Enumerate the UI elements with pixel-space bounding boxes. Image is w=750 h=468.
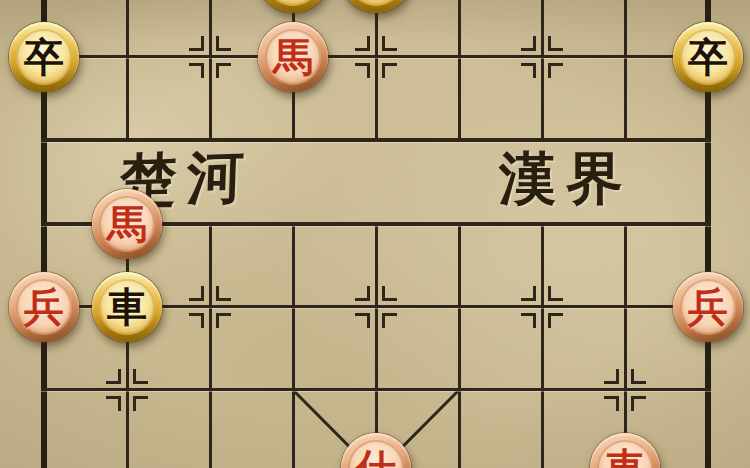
board-file-line (292, 222, 295, 468)
piece-face: 兵 (680, 279, 736, 335)
piece-character: 兵 (24, 287, 64, 327)
point-marker-corner (521, 63, 536, 78)
piece-black-soldier-right[interactable]: 卒 (673, 22, 743, 92)
piece-black-clipped-2[interactable] (341, 0, 411, 13)
point-marker-corner (382, 313, 397, 328)
point-marker-corner (355, 63, 370, 78)
piece-character: 卒 (688, 37, 728, 77)
point-marker-corner (382, 286, 397, 301)
piece-character: 馬 (107, 204, 147, 244)
point-marker-corner (216, 63, 231, 78)
board-file-line (375, 222, 378, 468)
board-file-line (209, 0, 212, 142)
point-marker-corner (631, 396, 646, 411)
point-marker-corner (355, 313, 370, 328)
board-rank-line (41, 388, 711, 391)
piece-red-chariot[interactable]: 車 (590, 433, 660, 468)
point-marker-corner (355, 36, 370, 51)
piece-face: 卒 (16, 29, 72, 85)
piece-face (265, 0, 321, 6)
piece-face: 馬 (265, 29, 321, 85)
point-marker-corner (189, 63, 204, 78)
board-rank-line (41, 55, 711, 58)
piece-face: 卒 (680, 29, 736, 85)
point-marker-corner (216, 313, 231, 328)
piece-red-advisor[interactable]: 仕 (341, 433, 411, 468)
point-marker-corner (216, 36, 231, 51)
piece-face (348, 0, 404, 6)
piece-character: 馬 (273, 37, 313, 77)
point-marker-corner (106, 369, 121, 384)
point-marker-corner (548, 286, 563, 301)
point-marker-corner (548, 36, 563, 51)
point-marker-corner (216, 286, 231, 301)
piece-red-soldier-left[interactable]: 兵 (9, 272, 79, 342)
board-file-line (458, 222, 461, 468)
piece-character: 車 (605, 448, 645, 468)
board-file-line (458, 0, 461, 142)
piece-black-clipped-1[interactable] (258, 0, 328, 13)
board-file-line (209, 222, 212, 468)
point-marker-corner (631, 369, 646, 384)
piece-character: 仕 (356, 448, 396, 468)
piece-character: 卒 (24, 37, 64, 77)
piece-face: 馬 (99, 196, 155, 252)
piece-face: 車 (597, 440, 653, 468)
board-file-line (541, 222, 544, 468)
piece-black-chariot[interactable]: 車 (92, 272, 162, 342)
point-marker-corner (106, 396, 121, 411)
board-file-line (375, 0, 378, 142)
piece-red-horse-river[interactable]: 馬 (92, 189, 162, 259)
piece-character: 兵 (688, 287, 728, 327)
point-marker-corner (189, 36, 204, 51)
board-file-line (624, 222, 627, 468)
point-marker-corner (604, 369, 619, 384)
point-marker-corner (548, 63, 563, 78)
point-marker-corner (133, 396, 148, 411)
board-file-line (624, 0, 627, 142)
point-marker-corner (382, 36, 397, 51)
point-marker-corner (189, 313, 204, 328)
xiangqi-board[interactable]: 楚河 漢界 卒馬卒馬兵車兵仕車 (0, 0, 750, 468)
point-marker-corner (355, 286, 370, 301)
board-file-line (541, 0, 544, 142)
river-label-han-jie: 漢界 (499, 149, 633, 206)
point-marker-corner (521, 313, 536, 328)
piece-red-soldier-right[interactable]: 兵 (673, 272, 743, 342)
point-marker-corner (382, 63, 397, 78)
board-rank-line (41, 138, 711, 142)
point-marker-corner (548, 313, 563, 328)
point-marker-corner (133, 369, 148, 384)
piece-character: 車 (107, 287, 147, 327)
piece-face: 仕 (348, 440, 404, 468)
piece-black-soldier-left[interactable]: 卒 (9, 22, 79, 92)
point-marker-corner (604, 396, 619, 411)
piece-face: 兵 (16, 279, 72, 335)
point-marker-corner (521, 36, 536, 51)
point-marker-corner (521, 286, 536, 301)
piece-red-horse-advanced[interactable]: 馬 (258, 22, 328, 92)
board-file-line (126, 0, 129, 142)
point-marker-corner (189, 286, 204, 301)
piece-face: 車 (99, 279, 155, 335)
